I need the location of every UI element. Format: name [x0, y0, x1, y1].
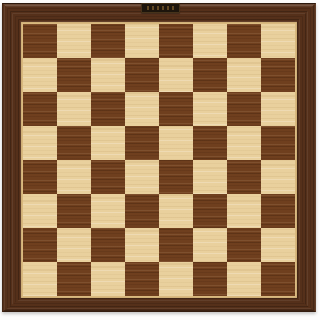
square-c1[interactable]	[91, 262, 125, 296]
square-b8[interactable]	[57, 24, 91, 58]
square-d7[interactable]	[125, 58, 159, 92]
photo-background	[0, 0, 320, 320]
square-h3[interactable]	[261, 194, 295, 228]
board-frame-left	[2, 3, 21, 312]
square-b6[interactable]	[57, 92, 91, 126]
square-h6[interactable]	[261, 92, 295, 126]
square-e8[interactable]	[159, 24, 193, 58]
square-f3[interactable]	[193, 194, 227, 228]
square-e2[interactable]	[159, 228, 193, 262]
inlay-border	[21, 22, 297, 298]
square-b2[interactable]	[57, 228, 91, 262]
square-f1[interactable]	[193, 262, 227, 296]
square-d6[interactable]	[125, 92, 159, 126]
square-g4[interactable]	[227, 160, 261, 194]
chess-board	[2, 3, 316, 312]
square-c5[interactable]	[91, 126, 125, 160]
square-a3[interactable]	[23, 194, 57, 228]
squares-grid	[23, 24, 295, 296]
square-h4[interactable]	[261, 160, 295, 194]
square-h8[interactable]	[261, 24, 295, 58]
square-g1[interactable]	[227, 262, 261, 296]
square-c6[interactable]	[91, 92, 125, 126]
square-a7[interactable]	[23, 58, 57, 92]
square-h5[interactable]	[261, 126, 295, 160]
square-e6[interactable]	[159, 92, 193, 126]
square-c8[interactable]	[91, 24, 125, 58]
square-f8[interactable]	[193, 24, 227, 58]
square-b1[interactable]	[57, 262, 91, 296]
square-f4[interactable]	[193, 160, 227, 194]
square-f5[interactable]	[193, 126, 227, 160]
square-e3[interactable]	[159, 194, 193, 228]
square-e7[interactable]	[159, 58, 193, 92]
square-f7[interactable]	[193, 58, 227, 92]
square-d5[interactable]	[125, 126, 159, 160]
square-c2[interactable]	[91, 228, 125, 262]
square-b4[interactable]	[57, 160, 91, 194]
square-e4[interactable]	[159, 160, 193, 194]
square-d1[interactable]	[125, 262, 159, 296]
square-e1[interactable]	[159, 262, 193, 296]
board-frame-right	[297, 3, 316, 312]
square-d8[interactable]	[125, 24, 159, 58]
square-h1[interactable]	[261, 262, 295, 296]
square-d3[interactable]	[125, 194, 159, 228]
square-f2[interactable]	[193, 228, 227, 262]
square-c7[interactable]	[91, 58, 125, 92]
square-c4[interactable]	[91, 160, 125, 194]
brand-plaque	[141, 3, 180, 13]
square-e5[interactable]	[159, 126, 193, 160]
square-a5[interactable]	[23, 126, 57, 160]
square-h7[interactable]	[261, 58, 295, 92]
square-d2[interactable]	[125, 228, 159, 262]
square-c3[interactable]	[91, 194, 125, 228]
square-g5[interactable]	[227, 126, 261, 160]
square-g6[interactable]	[227, 92, 261, 126]
square-f6[interactable]	[193, 92, 227, 126]
square-g3[interactable]	[227, 194, 261, 228]
square-a6[interactable]	[23, 92, 57, 126]
square-h2[interactable]	[261, 228, 295, 262]
square-b5[interactable]	[57, 126, 91, 160]
square-a1[interactable]	[23, 262, 57, 296]
square-g8[interactable]	[227, 24, 261, 58]
square-b7[interactable]	[57, 58, 91, 92]
square-g2[interactable]	[227, 228, 261, 262]
square-d4[interactable]	[125, 160, 159, 194]
square-a4[interactable]	[23, 160, 57, 194]
square-a2[interactable]	[23, 228, 57, 262]
board-frame-bottom	[2, 298, 316, 312]
square-a8[interactable]	[23, 24, 57, 58]
square-b3[interactable]	[57, 194, 91, 228]
square-g7[interactable]	[227, 58, 261, 92]
